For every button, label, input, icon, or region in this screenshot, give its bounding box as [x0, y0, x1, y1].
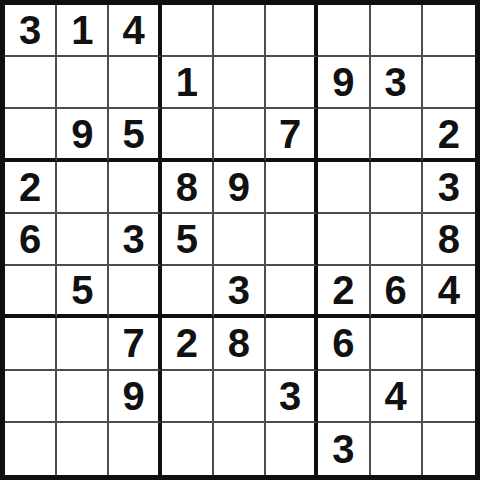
cell-r1c4[interactable]: [162, 5, 214, 57]
cell-r6c5[interactable]: 3: [214, 266, 266, 318]
cell-r5c6[interactable]: [266, 214, 318, 266]
cell-r9c5[interactable]: [214, 423, 266, 475]
cell-r4c7[interactable]: [318, 162, 370, 214]
cell-r3c9[interactable]: 2: [423, 109, 475, 161]
cell-r5c3[interactable]: 3: [109, 214, 161, 266]
cell-r8c3[interactable]: 9: [109, 371, 161, 423]
cell-r3c8[interactable]: [371, 109, 423, 161]
cell-r7c7[interactable]: 6: [318, 318, 370, 370]
cell-r2c2[interactable]: [57, 57, 109, 109]
cell-r6c6[interactable]: [266, 266, 318, 318]
cell-r8c2[interactable]: [57, 371, 109, 423]
cell-r8c1[interactable]: [5, 371, 57, 423]
cell-r4c4[interactable]: 8: [162, 162, 214, 214]
cell-r4c8[interactable]: [371, 162, 423, 214]
sudoku-puzzle: 3141939572289363585326472869343: [0, 0, 480, 480]
cell-r9c6[interactable]: [266, 423, 318, 475]
cell-r8c7[interactable]: [318, 371, 370, 423]
cell-r3c6[interactable]: 7: [266, 109, 318, 161]
cell-r6c7[interactable]: 2: [318, 266, 370, 318]
cell-r4c9[interactable]: 3: [423, 162, 475, 214]
cell-r3c5[interactable]: [214, 109, 266, 161]
cell-r2c3[interactable]: [109, 57, 161, 109]
cell-r6c3[interactable]: [109, 266, 161, 318]
cell-r9c8[interactable]: [371, 423, 423, 475]
cell-r1c8[interactable]: [371, 5, 423, 57]
cell-r9c1[interactable]: [5, 423, 57, 475]
cell-r4c3[interactable]: [109, 162, 161, 214]
cell-r3c2[interactable]: 9: [57, 109, 109, 161]
cell-r3c1[interactable]: [5, 109, 57, 161]
cell-r7c2[interactable]: [57, 318, 109, 370]
cell-r3c3[interactable]: 5: [109, 109, 161, 161]
cell-r2c6[interactable]: [266, 57, 318, 109]
cell-r8c6[interactable]: 3: [266, 371, 318, 423]
cell-r2c1[interactable]: [5, 57, 57, 109]
cell-r2c4[interactable]: 1: [162, 57, 214, 109]
cell-r1c7[interactable]: [318, 5, 370, 57]
cell-r6c4[interactable]: [162, 266, 214, 318]
cell-r2c7[interactable]: 9: [318, 57, 370, 109]
cell-r4c5[interactable]: 9: [214, 162, 266, 214]
cell-r7c4[interactable]: 2: [162, 318, 214, 370]
cell-r6c2[interactable]: 5: [57, 266, 109, 318]
cell-r1c3[interactable]: 4: [109, 5, 161, 57]
cell-r1c5[interactable]: [214, 5, 266, 57]
cell-r5c5[interactable]: [214, 214, 266, 266]
cell-r6c8[interactable]: 6: [371, 266, 423, 318]
cell-r7c6[interactable]: [266, 318, 318, 370]
cell-r4c2[interactable]: [57, 162, 109, 214]
cell-r8c5[interactable]: [214, 371, 266, 423]
cell-r1c6[interactable]: [266, 5, 318, 57]
sudoku-board: 3141939572289363585326472869343: [0, 0, 480, 480]
cell-r5c8[interactable]: [371, 214, 423, 266]
cell-r8c8[interactable]: 4: [371, 371, 423, 423]
cell-r8c9[interactable]: [423, 371, 475, 423]
cell-r5c2[interactable]: [57, 214, 109, 266]
cell-r9c7[interactable]: 3: [318, 423, 370, 475]
cell-r7c3[interactable]: 7: [109, 318, 161, 370]
cell-r7c1[interactable]: [5, 318, 57, 370]
cell-r7c5[interactable]: 8: [214, 318, 266, 370]
cell-r8c4[interactable]: [162, 371, 214, 423]
cell-r5c1[interactable]: 6: [5, 214, 57, 266]
cell-r7c9[interactable]: [423, 318, 475, 370]
cell-r2c8[interactable]: 3: [371, 57, 423, 109]
cell-r2c9[interactable]: [423, 57, 475, 109]
cell-r3c4[interactable]: [162, 109, 214, 161]
cell-r9c9[interactable]: [423, 423, 475, 475]
cell-r6c1[interactable]: [5, 266, 57, 318]
cell-r5c7[interactable]: [318, 214, 370, 266]
cell-r9c4[interactable]: [162, 423, 214, 475]
cell-r4c1[interactable]: 2: [5, 162, 57, 214]
cell-r9c2[interactable]: [57, 423, 109, 475]
cell-r7c8[interactable]: [371, 318, 423, 370]
cell-r3c7[interactable]: [318, 109, 370, 161]
cell-r5c4[interactable]: 5: [162, 214, 214, 266]
cell-r4c6[interactable]: [266, 162, 318, 214]
cell-r1c9[interactable]: [423, 5, 475, 57]
cell-r2c5[interactable]: [214, 57, 266, 109]
cell-r9c3[interactable]: [109, 423, 161, 475]
cell-r6c9[interactable]: 4: [423, 266, 475, 318]
cell-r5c9[interactable]: 8: [423, 214, 475, 266]
cell-r1c1[interactable]: 3: [5, 5, 57, 57]
cell-r1c2[interactable]: 1: [57, 5, 109, 57]
